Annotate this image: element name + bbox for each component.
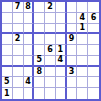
cell-r3c1[interactable] <box>2 24 13 35</box>
cell-r2c9[interactable]: 6 <box>88 13 99 24</box>
cell-r1c5[interactable]: 2 <box>45 2 56 13</box>
cell-r8c1[interactable]: 5 <box>2 77 13 88</box>
cell-r8c7[interactable] <box>67 77 78 88</box>
cell-r3c2[interactable] <box>13 24 24 35</box>
cell-r4c2[interactable]: 2 <box>13 34 24 45</box>
cell-r9c4[interactable] <box>34 88 45 99</box>
cell-r4c4[interactable] <box>34 34 45 45</box>
cell-r8c4[interactable] <box>34 77 45 88</box>
cell-r4c5[interactable] <box>45 34 56 45</box>
cell-r4c9[interactable] <box>88 34 99 45</box>
cell-r5c3[interactable] <box>24 45 35 56</box>
cell-r1c2[interactable]: 7 <box>13 2 24 13</box>
cell-r8c2[interactable] <box>13 77 24 88</box>
cell-r3c7[interactable] <box>67 24 78 35</box>
cell-r7c2[interactable] <box>13 67 24 78</box>
cell-r9c9[interactable] <box>88 88 99 99</box>
cell-r4c1[interactable] <box>2 34 13 45</box>
cell-r6c1[interactable] <box>2 56 13 67</box>
cell-r7c4[interactable]: 8 <box>34 67 45 78</box>
cell-r6c7[interactable] <box>67 56 78 67</box>
cell-r3c6[interactable] <box>56 24 67 35</box>
cell-r8c6[interactable] <box>56 77 67 88</box>
cell-r5c8[interactable] <box>77 45 88 56</box>
cell-r2c3[interactable] <box>24 13 35 24</box>
cell-r9c2[interactable] <box>13 88 24 99</box>
cell-r2c5[interactable] <box>45 13 56 24</box>
cell-r3c9[interactable] <box>88 24 99 35</box>
cell-r6c8[interactable] <box>77 56 88 67</box>
cell-r1c1[interactable] <box>2 2 13 13</box>
cell-r6c5[interactable] <box>45 56 56 67</box>
cell-r7c9[interactable] <box>88 67 99 78</box>
cell-r2c8[interactable]: 4 <box>77 13 88 24</box>
cell-r7c1[interactable] <box>2 67 13 78</box>
cell-r2c7[interactable] <box>67 13 78 24</box>
cell-r6c3[interactable] <box>24 56 35 67</box>
cell-r5c5[interactable]: 6 <box>45 45 56 56</box>
cell-r2c2[interactable] <box>13 13 24 24</box>
cell-r2c4[interactable] <box>34 13 45 24</box>
cell-r8c3[interactable]: 4 <box>24 77 35 88</box>
cell-r9c1[interactable]: 1 <box>2 88 13 99</box>
cell-r6c2[interactable] <box>13 56 24 67</box>
cell-r1c4[interactable] <box>34 2 45 13</box>
cell-r4c8[interactable] <box>77 34 88 45</box>
cell-r7c8[interactable] <box>77 67 88 78</box>
cell-r4c7[interactable]: 9 <box>67 34 78 45</box>
cell-r2c6[interactable] <box>56 13 67 24</box>
cell-r5c4[interactable] <box>34 45 45 56</box>
cell-r1c3[interactable]: 8 <box>24 2 35 13</box>
cell-r1c9[interactable] <box>88 2 99 13</box>
cell-r9c7[interactable] <box>67 88 78 99</box>
sudoku-board: 78246129615483541 <box>0 0 101 101</box>
cell-r1c6[interactable] <box>56 2 67 13</box>
cell-r6c9[interactable] <box>88 56 99 67</box>
cell-r8c8[interactable] <box>77 77 88 88</box>
cell-r7c5[interactable] <box>45 67 56 78</box>
cell-r8c5[interactable] <box>45 77 56 88</box>
cell-r7c3[interactable] <box>24 67 35 78</box>
cell-r1c8[interactable] <box>77 2 88 13</box>
cell-r9c6[interactable] <box>56 88 67 99</box>
cell-r4c6[interactable] <box>56 34 67 45</box>
cell-r5c6[interactable]: 1 <box>56 45 67 56</box>
cell-r9c3[interactable] <box>24 88 35 99</box>
cell-r5c9[interactable] <box>88 45 99 56</box>
cell-r4c3[interactable] <box>24 34 35 45</box>
cell-r6c6[interactable]: 4 <box>56 56 67 67</box>
cell-r1c7[interactable] <box>67 2 78 13</box>
cell-r5c2[interactable] <box>13 45 24 56</box>
cell-r9c8[interactable] <box>77 88 88 99</box>
cell-r7c7[interactable]: 3 <box>67 67 78 78</box>
cell-r5c7[interactable] <box>67 45 78 56</box>
cell-r3c5[interactable] <box>45 24 56 35</box>
cell-r9c5[interactable] <box>45 88 56 99</box>
cell-r3c4[interactable] <box>34 24 45 35</box>
cell-r5c1[interactable] <box>2 45 13 56</box>
cell-r3c8[interactable]: 1 <box>77 24 88 35</box>
cell-r2c1[interactable] <box>2 13 13 24</box>
cell-r3c3[interactable] <box>24 24 35 35</box>
cell-r8c9[interactable] <box>88 77 99 88</box>
cell-r6c4[interactable]: 5 <box>34 56 45 67</box>
cell-r7c6[interactable] <box>56 67 67 78</box>
